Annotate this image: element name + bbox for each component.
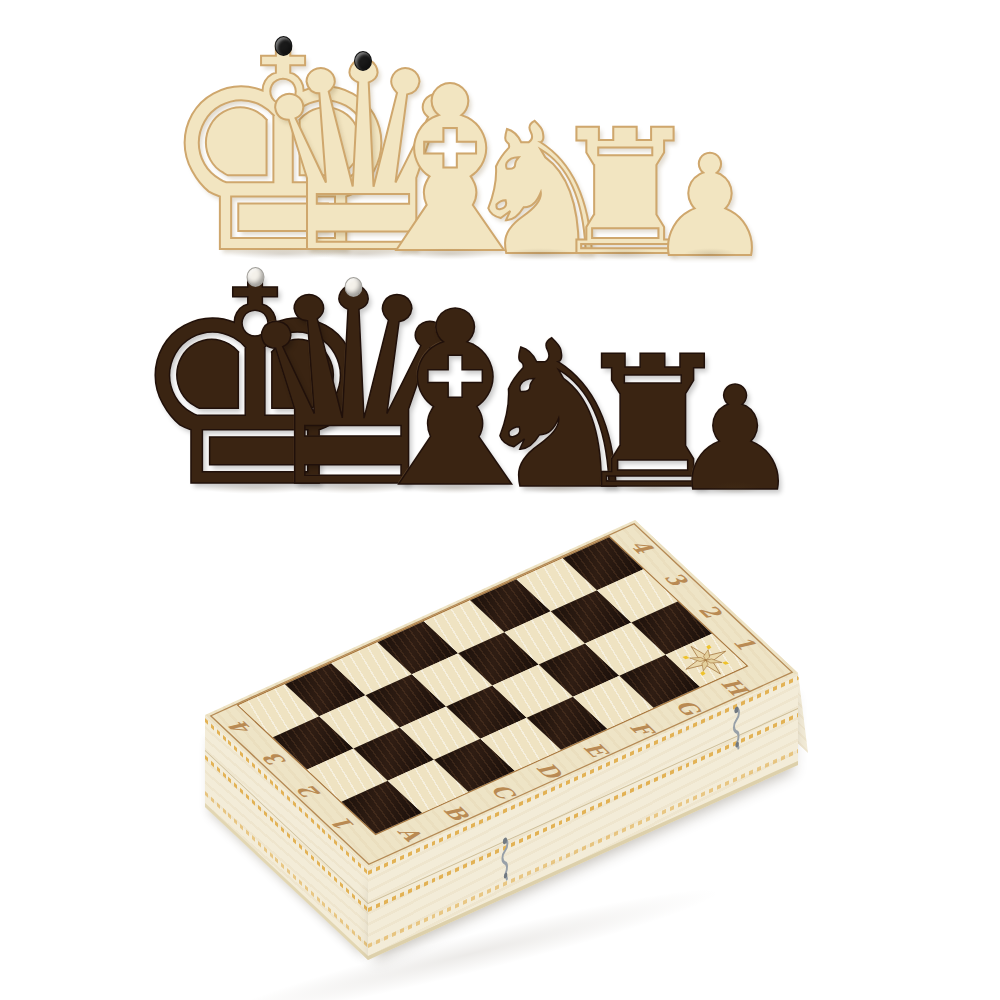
folded-chess-board-box: 4321 4321 ABCDEFGH [0,0,1000,1000]
file-label: C [485,781,520,802]
file-label: H [716,675,753,699]
rank-left-label: 1 [327,814,360,834]
rank-left-label: 3 [259,750,292,770]
latch-icon [499,833,511,886]
file-label: F [625,719,659,739]
rank-right-label: 3 [659,569,692,589]
latch-icon [731,702,743,755]
metal-hook-latch-left [499,833,511,890]
file-label: B [438,802,474,824]
file-label: D [531,759,567,781]
metal-hook-latch-right [731,702,743,759]
rank-right-label: 4 [624,536,657,556]
chess-set-product-photo: ♚♛♝♞♜♟ ♚♛♝♞♜♟ 4321 4321 ABCDEFGH [0,0,1000,1000]
file-label: A [393,823,428,844]
file-label: E [578,739,612,760]
file-label: G [670,697,706,719]
rank-right-label: 1 [727,633,760,653]
rank-right-label: 2 [693,601,726,621]
rank-left-label: 2 [293,782,326,802]
rank-left-label: 4 [224,718,257,738]
